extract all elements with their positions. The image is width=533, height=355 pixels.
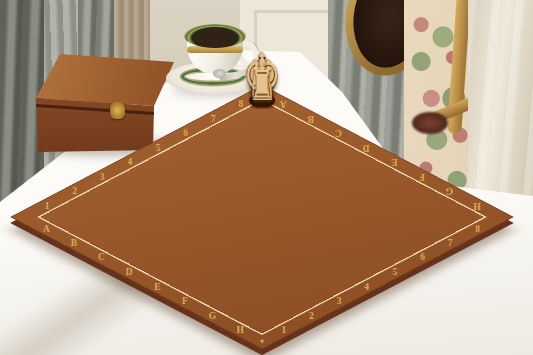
armchair-satin-panel — [468, 0, 533, 200]
file-label-bottom-d: D — [123, 265, 137, 279]
file-label-top-b: B — [304, 111, 318, 125]
rank-label-right-5: 5 — [387, 265, 401, 279]
file-label-top-f: F — [415, 170, 429, 184]
rank-label-left-3: 3 — [95, 170, 109, 184]
rank-label-right-8: 8 — [471, 221, 485, 235]
file-label-bottom-b: B — [67, 236, 81, 250]
file-label-bottom-g: G — [206, 309, 220, 323]
file-label-bottom-e: E — [150, 279, 164, 293]
corner-star-inlay: ✦ — [259, 337, 266, 346]
rank-label-left-6: 6 — [178, 126, 192, 140]
file-label-bottom-h: H — [234, 323, 248, 337]
rank-label-right-2: 2 — [304, 309, 318, 323]
rank-label-right-7: 7 — [443, 236, 457, 250]
file-label-top-g: G — [443, 184, 457, 198]
rank-label-left-7: 7 — [206, 111, 220, 125]
rank-label-right-6: 6 — [415, 250, 429, 264]
file-label-bottom-f: F — [178, 294, 192, 308]
white-rook-glyph: ♜ — [249, 62, 275, 108]
rank-label-left-4: 4 — [123, 155, 137, 169]
rank-label-right-4: 4 — [360, 279, 374, 293]
rank-label-right-3: 3 — [332, 294, 346, 308]
rank-label-left-2: 2 — [67, 184, 81, 198]
brass-latch-icon — [110, 102, 125, 119]
file-label-top-c: C — [332, 126, 346, 140]
file-label-top-h: H — [471, 199, 485, 213]
file-label-bottom-c: C — [95, 250, 109, 264]
armchair-arm-knob — [412, 112, 448, 134]
file-label-top-e: E — [387, 155, 401, 169]
cup-rim-with-tea — [184, 24, 246, 48]
rank-label-left-1: 1 — [39, 199, 53, 213]
rank-label-left-5: 5 — [150, 141, 164, 155]
rank-label-right-1: 1 — [276, 323, 290, 337]
file-label-bottom-a: A — [39, 221, 53, 235]
photo-scene: ♜♞♝♛♚♝♞♜♟♟♟♟♟♟♟♟♟♟♟♟♟♟♟♟♜♞♝♛♚♝♞♜ AABBCCD… — [0, 0, 533, 355]
file-label-top-d: D — [360, 141, 374, 155]
teaspoon-bowl — [213, 69, 226, 78]
